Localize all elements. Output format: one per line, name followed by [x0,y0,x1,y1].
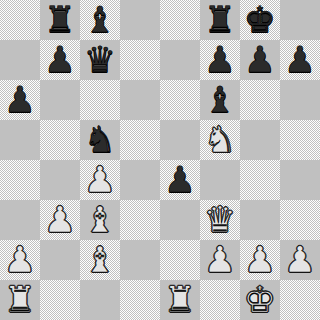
piece-white-knight-f5[interactable]: ♞ [204,120,236,160]
piece-white-king-g1[interactable]: ♚ [244,280,276,320]
square-b1[interactable] [40,280,80,320]
square-b5[interactable] [40,120,80,160]
square-b2[interactable] [40,240,80,280]
square-b6[interactable] [40,80,80,120]
square-b4[interactable] [40,160,80,200]
square-g4[interactable] [240,160,280,200]
piece-white-bishop-c2[interactable]: ♝ [84,240,116,280]
square-e7[interactable] [160,40,200,80]
square-e6[interactable] [160,80,200,120]
square-g3[interactable] [240,200,280,240]
square-d5[interactable] [120,120,160,160]
piece-black-king-g8[interactable]: ♚ [244,0,276,40]
square-d4[interactable] [120,160,160,200]
square-c6[interactable] [80,80,120,120]
piece-white-pawn-g2[interactable]: ♟ [244,240,276,280]
square-h1[interactable] [280,280,320,320]
square-f6[interactable]: ♝ [200,80,240,120]
piece-black-knight-c5[interactable]: ♞ [84,120,116,160]
square-f7[interactable]: ♟ [200,40,240,80]
square-e2[interactable] [160,240,200,280]
piece-black-pawn-b7[interactable]: ♟ [44,40,76,80]
piece-black-bishop-c8[interactable]: ♝ [84,0,116,40]
square-d2[interactable] [120,240,160,280]
piece-black-pawn-g7[interactable]: ♟ [244,40,276,80]
piece-white-pawn-f2[interactable]: ♟ [204,240,236,280]
square-c7[interactable]: ♛ [80,40,120,80]
square-a7[interactable] [0,40,40,80]
piece-black-queen-c7[interactable]: ♛ [84,40,116,80]
square-c4[interactable]: ♟ [80,160,120,200]
square-c3[interactable]: ♝ [80,200,120,240]
square-b3[interactable]: ♟ [40,200,80,240]
piece-white-pawn-c4[interactable]: ♟ [84,160,116,200]
square-h2[interactable]: ♟ [280,240,320,280]
chess-board: ♜♝♜♚♟♛♟♟♟♟♝♞♞♟♟♟♝♛♟♝♟♟♟♜♜♚ [0,0,320,320]
square-f4[interactable] [200,160,240,200]
square-a6[interactable]: ♟ [0,80,40,120]
piece-black-bishop-f6[interactable]: ♝ [204,80,236,120]
square-h6[interactable] [280,80,320,120]
square-a1[interactable]: ♜ [0,280,40,320]
square-a3[interactable] [0,200,40,240]
square-d7[interactable] [120,40,160,80]
square-h4[interactable] [280,160,320,200]
square-f5[interactable]: ♞ [200,120,240,160]
square-f8[interactable]: ♜ [200,0,240,40]
square-c5[interactable]: ♞ [80,120,120,160]
piece-white-queen-f3[interactable]: ♛ [204,200,236,240]
square-g5[interactable] [240,120,280,160]
piece-black-pawn-e4[interactable]: ♟ [164,160,196,200]
square-f3[interactable]: ♛ [200,200,240,240]
square-c2[interactable]: ♝ [80,240,120,280]
piece-black-pawn-a6[interactable]: ♟ [4,80,36,120]
square-a5[interactable] [0,120,40,160]
piece-black-rook-b8[interactable]: ♜ [44,0,76,40]
piece-white-pawn-a2[interactable]: ♟ [4,240,36,280]
square-d1[interactable] [120,280,160,320]
piece-white-rook-a1[interactable]: ♜ [4,280,36,320]
square-e5[interactable] [160,120,200,160]
square-g2[interactable]: ♟ [240,240,280,280]
square-d8[interactable] [120,0,160,40]
square-b7[interactable]: ♟ [40,40,80,80]
square-d6[interactable] [120,80,160,120]
piece-black-rook-f8[interactable]: ♜ [204,0,236,40]
piece-black-pawn-f7[interactable]: ♟ [204,40,236,80]
square-g1[interactable]: ♚ [240,280,280,320]
square-g7[interactable]: ♟ [240,40,280,80]
square-h8[interactable] [280,0,320,40]
square-e4[interactable]: ♟ [160,160,200,200]
square-a4[interactable] [0,160,40,200]
piece-white-bishop-c3[interactable]: ♝ [84,200,116,240]
piece-white-rook-e1[interactable]: ♜ [164,280,196,320]
square-g8[interactable]: ♚ [240,0,280,40]
square-e3[interactable] [160,200,200,240]
square-h3[interactable] [280,200,320,240]
square-d3[interactable] [120,200,160,240]
square-h7[interactable]: ♟ [280,40,320,80]
square-a8[interactable] [0,0,40,40]
piece-black-pawn-h7[interactable]: ♟ [284,40,316,80]
square-f2[interactable]: ♟ [200,240,240,280]
square-f1[interactable] [200,280,240,320]
square-c1[interactable] [80,280,120,320]
piece-white-pawn-h2[interactable]: ♟ [284,240,316,280]
square-b8[interactable]: ♜ [40,0,80,40]
square-c8[interactable]: ♝ [80,0,120,40]
square-g6[interactable] [240,80,280,120]
square-a2[interactable]: ♟ [0,240,40,280]
square-h5[interactable] [280,120,320,160]
square-e1[interactable]: ♜ [160,280,200,320]
square-e8[interactable] [160,0,200,40]
piece-white-pawn-b3[interactable]: ♟ [44,200,76,240]
